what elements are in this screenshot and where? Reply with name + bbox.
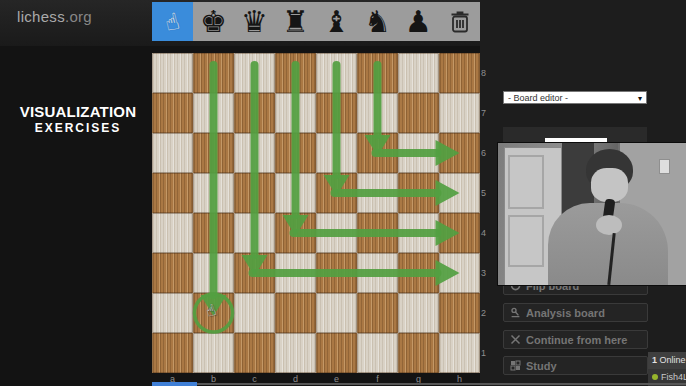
square-c1[interactable] <box>234 333 275 373</box>
crossed-swords-icon <box>510 334 521 345</box>
tool-black-bishop[interactable]: ♝ <box>316 2 357 41</box>
caption-overlay: VISUALIZATION EXERCISES <box>4 103 152 135</box>
chevron-down-icon: ▾ <box>638 92 642 105</box>
square-g8[interactable] <box>398 53 439 93</box>
square-a5[interactable] <box>152 173 193 213</box>
rank-label-3: 3 <box>481 253 493 293</box>
square-f6[interactable] <box>357 133 398 173</box>
rank-label-6: 6 <box>481 133 493 173</box>
webcam-overlay <box>498 143 686 285</box>
online-friends-header: 1 Online fr <box>648 352 686 369</box>
online-label: Online fr <box>660 355 686 365</box>
rank-label-4: 4 <box>481 213 493 253</box>
square-a4[interactable] <box>152 213 193 253</box>
rank-label-8: 8 <box>481 53 493 93</box>
square-a3[interactable] <box>152 253 193 293</box>
square-g5[interactable] <box>398 173 439 213</box>
square-g7[interactable] <box>398 93 439 133</box>
hand-cursor-icon: ☝ <box>163 7 183 36</box>
square-d3[interactable] <box>275 253 316 293</box>
study-button[interactable]: Study <box>503 356 648 375</box>
square-h6[interactable] <box>439 133 480 173</box>
microscope-icon <box>510 307 521 318</box>
square-g4[interactable] <box>398 213 439 253</box>
tool-trash[interactable] <box>439 2 480 41</box>
square-a2[interactable] <box>152 293 193 333</box>
online-friend-name: Fish4Lif <box>661 372 686 382</box>
webcam-door-panel <box>508 215 544 267</box>
square-g2[interactable] <box>398 293 439 333</box>
square-a1[interactable] <box>152 333 193 373</box>
rank-label-2: 2 <box>481 293 493 333</box>
black-knight-icon: ♞ <box>364 2 391 41</box>
webcam-person-face <box>591 168 628 202</box>
board-editor-dropdown[interactable]: - Board editor - ▾ <box>503 91 647 104</box>
square-h3[interactable] <box>439 253 480 293</box>
black-pawn-icon: ♟ <box>405 2 432 41</box>
square-e3[interactable] <box>316 253 357 293</box>
square-h5[interactable] <box>439 173 480 213</box>
square-c3[interactable] <box>234 253 275 293</box>
square-f3[interactable] <box>357 253 398 293</box>
square-b5[interactable] <box>193 173 234 213</box>
square-f5[interactable] <box>357 173 398 213</box>
tool-black-queen[interactable]: ♛ <box>234 2 275 41</box>
site-logo-suffix: .org <box>65 8 92 25</box>
black-king-icon: ♚ <box>200 2 227 41</box>
square-f1[interactable] <box>357 333 398 373</box>
square-f7[interactable] <box>357 93 398 133</box>
square-c4[interactable] <box>234 213 275 253</box>
piece-toolbar: ☝♚♛♜♝♞♟ <box>152 2 480 41</box>
square-e4[interactable] <box>316 213 357 253</box>
rank-label-7: 7 <box>481 93 493 133</box>
square-d4[interactable] <box>275 213 316 253</box>
dropdown-value: - Board editor - <box>508 93 568 103</box>
online-count: 1 <box>652 355 657 365</box>
square-c7[interactable] <box>234 93 275 133</box>
square-d7[interactable] <box>275 93 316 133</box>
tool-black-king[interactable]: ♚ <box>193 2 234 41</box>
study-label: Study <box>526 360 557 372</box>
site-logo[interactable]: lichess.org <box>17 8 92 25</box>
square-d2[interactable] <box>275 293 316 333</box>
webcam-light-switch <box>659 159 670 174</box>
caption-line1: VISUALIZATION <box>4 103 152 120</box>
tool-pointer[interactable]: ☝ <box>152 2 193 41</box>
square-b8[interactable] <box>193 53 234 93</box>
video-frame: lichess.org ☝♚♛♜♝♞♟ 87654321 abcdefgh ☝ … <box>0 0 686 386</box>
square-c2[interactable] <box>234 293 275 333</box>
square-e7[interactable] <box>316 93 357 133</box>
square-h1[interactable] <box>439 333 480 373</box>
black-rook-icon: ♜ <box>282 2 309 41</box>
square-e6[interactable] <box>316 133 357 173</box>
square-f8[interactable] <box>357 53 398 93</box>
square-a6[interactable] <box>152 133 193 173</box>
square-h8[interactable] <box>439 53 480 93</box>
analysis-board-label: Analysis board <box>526 307 605 319</box>
video-progress-bar[interactable] <box>152 382 197 386</box>
chess-board[interactable] <box>152 53 480 373</box>
rank-label-5: 5 <box>481 173 493 213</box>
square-b6[interactable] <box>193 133 234 173</box>
square-h4[interactable] <box>439 213 480 253</box>
caption-line2: EXERCISES <box>4 121 152 135</box>
continue-from-here-button[interactable]: Continue from here <box>503 330 648 349</box>
webcam-door-panel <box>508 155 544 209</box>
square-a8[interactable] <box>152 53 193 93</box>
square-d8[interactable] <box>275 53 316 93</box>
video-progress-track[interactable] <box>152 383 686 385</box>
continue-from-here-label: Continue from here <box>526 334 627 346</box>
black-queen-icon: ♛ <box>241 2 268 41</box>
square-d1[interactable] <box>275 333 316 373</box>
trash-icon <box>449 10 471 34</box>
square-g6[interactable] <box>398 133 439 173</box>
webcam-person-hand <box>596 215 622 235</box>
square-g1[interactable] <box>398 333 439 373</box>
online-status-dot-icon <box>652 374 658 380</box>
tool-black-knight[interactable]: ♞ <box>357 2 398 41</box>
rank-coordinates: 87654321 <box>481 53 493 373</box>
square-a7[interactable] <box>152 93 193 133</box>
analysis-board-button[interactable]: Analysis board <box>503 303 648 322</box>
square-f2[interactable] <box>357 293 398 333</box>
square-d5[interactable] <box>275 173 316 213</box>
site-logo-main: lichess <box>17 8 65 25</box>
square-c8[interactable] <box>234 53 275 93</box>
black-bishop-icon: ♝ <box>323 2 350 41</box>
rank-label-1: 1 <box>481 333 493 373</box>
square-e5[interactable] <box>316 173 357 213</box>
square-g3[interactable] <box>398 253 439 293</box>
square-b4[interactable] <box>193 213 234 253</box>
square-b1[interactable] <box>193 333 234 373</box>
square-b3[interactable] <box>193 253 234 293</box>
square-c6[interactable] <box>234 133 275 173</box>
square-h7[interactable] <box>439 93 480 133</box>
tool-black-rook[interactable]: ♜ <box>275 2 316 41</box>
online-friends-box[interactable]: 1 Online fr Fish4Lif <box>648 352 686 386</box>
square-f4[interactable] <box>357 213 398 253</box>
square-e2[interactable] <box>316 293 357 333</box>
study-icon <box>510 360 521 371</box>
square-d6[interactable] <box>275 133 316 173</box>
square-h2[interactable] <box>439 293 480 333</box>
tool-black-pawn[interactable]: ♟ <box>398 2 439 41</box>
square-e8[interactable] <box>316 53 357 93</box>
square-e1[interactable] <box>316 333 357 373</box>
square-b7[interactable] <box>193 93 234 133</box>
square-c5[interactable] <box>234 173 275 213</box>
